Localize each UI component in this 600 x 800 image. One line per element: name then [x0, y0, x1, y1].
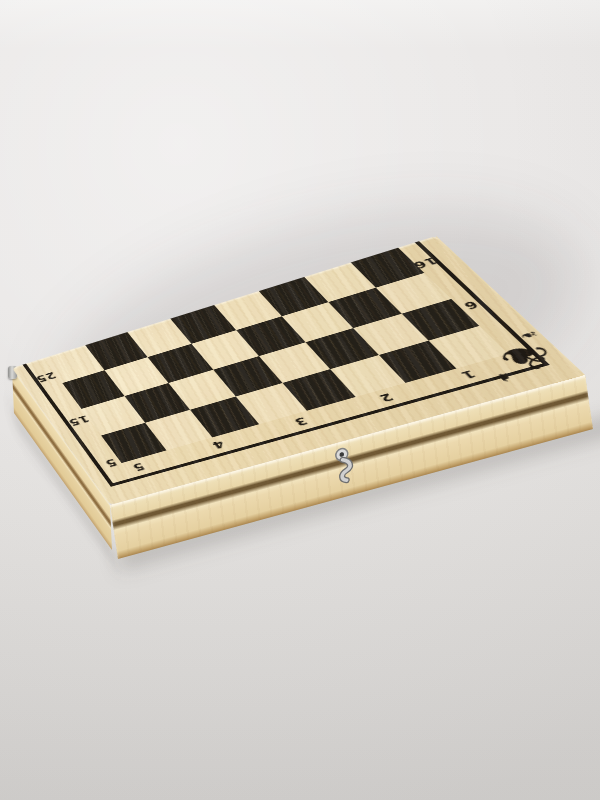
latch-clasp	[324, 441, 363, 493]
product-photo: 25 15 5 16 6 5 4 3 2 1 ❦ ❧ ❧	[0, 0, 600, 800]
hook-latch-icon	[324, 441, 363, 493]
